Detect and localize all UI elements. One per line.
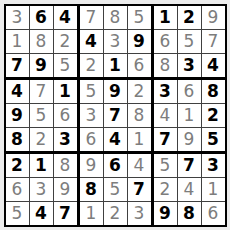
cell-r4c4[interactable]: 5 [80, 80, 103, 103]
sudoku-board: 3641827957854392161296578344719568235923… [4, 4, 227, 227]
cell-r2c3[interactable]: 2 [54, 30, 77, 53]
cell-r5c1[interactable]: 9 [6, 104, 29, 127]
cell-r5c4[interactable]: 3 [80, 104, 103, 127]
cell-r9c1[interactable]: 5 [6, 202, 29, 225]
cell-r3c4[interactable]: 2 [80, 54, 103, 77]
cell-r3c8[interactable]: 3 [178, 54, 201, 77]
cell-r7c1[interactable]: 2 [6, 154, 29, 177]
cell-r1c7[interactable]: 1 [154, 6, 177, 29]
cell-r5c9[interactable]: 2 [202, 104, 225, 127]
cell-r1c9[interactable]: 9 [202, 6, 225, 29]
cell-r2c5[interactable]: 3 [104, 30, 127, 53]
cell-r8c1[interactable]: 6 [6, 178, 29, 201]
cell-r7c6[interactable]: 4 [128, 154, 151, 177]
sudoku-box-8: 964857123 [80, 154, 151, 225]
sudoku-box-3: 129657834 [154, 6, 225, 77]
cell-r3c3[interactable]: 5 [54, 54, 77, 77]
cell-r3c6[interactable]: 6 [128, 54, 151, 77]
cell-r8c6[interactable]: 7 [128, 178, 151, 201]
cell-r5c7[interactable]: 4 [154, 104, 177, 127]
cell-r9c7[interactable]: 9 [154, 202, 177, 225]
cell-r5c6[interactable]: 8 [128, 104, 151, 127]
cell-r8c8[interactable]: 4 [178, 178, 201, 201]
cell-r6c8[interactable]: 9 [178, 128, 201, 151]
sudoku-box-6: 368412795 [154, 80, 225, 151]
sudoku-box-5: 592378641 [80, 80, 151, 151]
sudoku-box-7: 218639547 [6, 154, 77, 225]
cell-r5c5[interactable]: 7 [104, 104, 127, 127]
cell-r9c5[interactable]: 2 [104, 202, 127, 225]
cell-r2c1[interactable]: 1 [6, 30, 29, 53]
cell-r6c1[interactable]: 8 [6, 128, 29, 151]
cell-r4c1[interactable]: 4 [6, 80, 29, 103]
cell-r5c2[interactable]: 5 [30, 104, 53, 127]
cell-r6c3[interactable]: 3 [54, 128, 77, 151]
cell-r1c8[interactable]: 2 [178, 6, 201, 29]
cell-r1c5[interactable]: 8 [104, 6, 127, 29]
cell-r1c3[interactable]: 4 [54, 6, 77, 29]
sudoku-box-9: 573241986 [154, 154, 225, 225]
cell-r8c9[interactable]: 1 [202, 178, 225, 201]
cell-r2c2[interactable]: 8 [30, 30, 53, 53]
cell-r1c4[interactable]: 7 [80, 6, 103, 29]
cell-r6c5[interactable]: 4 [104, 128, 127, 151]
cell-r2c9[interactable]: 7 [202, 30, 225, 53]
cell-r4c6[interactable]: 2 [128, 80, 151, 103]
cell-r7c7[interactable]: 5 [154, 154, 177, 177]
cell-r2c4[interactable]: 4 [80, 30, 103, 53]
cell-r8c7[interactable]: 2 [154, 178, 177, 201]
cell-r4c5[interactable]: 9 [104, 80, 127, 103]
cell-r9c9[interactable]: 6 [202, 202, 225, 225]
cell-r2c7[interactable]: 6 [154, 30, 177, 53]
cell-r8c2[interactable]: 3 [30, 178, 53, 201]
cell-r9c4[interactable]: 1 [80, 202, 103, 225]
cell-r2c8[interactable]: 5 [178, 30, 201, 53]
cell-r6c7[interactable]: 7 [154, 128, 177, 151]
cell-r4c9[interactable]: 8 [202, 80, 225, 103]
sudoku-box-2: 785439216 [80, 6, 151, 77]
cell-r7c9[interactable]: 3 [202, 154, 225, 177]
cell-r1c6[interactable]: 5 [128, 6, 151, 29]
cell-r7c2[interactable]: 1 [30, 154, 53, 177]
cell-r7c3[interactable]: 8 [54, 154, 77, 177]
cell-r7c4[interactable]: 9 [80, 154, 103, 177]
cell-r7c8[interactable]: 7 [178, 154, 201, 177]
cell-r1c2[interactable]: 6 [30, 6, 53, 29]
cell-r8c4[interactable]: 8 [80, 178, 103, 201]
cell-r8c3[interactable]: 9 [54, 178, 77, 201]
cell-r9c3[interactable]: 7 [54, 202, 77, 225]
cell-r6c4[interactable]: 6 [80, 128, 103, 151]
sudoku-app: 3641827957854392161296578344719568235923… [0, 0, 230, 230]
cell-r4c2[interactable]: 7 [30, 80, 53, 103]
cell-r2c6[interactable]: 9 [128, 30, 151, 53]
cell-r3c2[interactable]: 9 [30, 54, 53, 77]
cell-r9c6[interactable]: 3 [128, 202, 151, 225]
cell-r5c8[interactable]: 1 [178, 104, 201, 127]
cell-r3c5[interactable]: 1 [104, 54, 127, 77]
cell-r4c3[interactable]: 1 [54, 80, 77, 103]
cell-r4c8[interactable]: 6 [178, 80, 201, 103]
cell-r4c7[interactable]: 3 [154, 80, 177, 103]
cell-r9c2[interactable]: 4 [30, 202, 53, 225]
cell-r6c9[interactable]: 5 [202, 128, 225, 151]
cell-r6c6[interactable]: 1 [128, 128, 151, 151]
cell-r3c1[interactable]: 7 [6, 54, 29, 77]
cell-r5c3[interactable]: 6 [54, 104, 77, 127]
sudoku-box-4: 471956823 [6, 80, 77, 151]
cell-r6c2[interactable]: 2 [30, 128, 53, 151]
sudoku-box-1: 364182795 [6, 6, 77, 77]
cell-r1c1[interactable]: 3 [6, 6, 29, 29]
cell-r7c5[interactable]: 6 [104, 154, 127, 177]
cell-r3c7[interactable]: 8 [154, 54, 177, 77]
cell-r9c8[interactable]: 8 [178, 202, 201, 225]
cell-r3c9[interactable]: 4 [202, 54, 225, 77]
cell-r8c5[interactable]: 5 [104, 178, 127, 201]
